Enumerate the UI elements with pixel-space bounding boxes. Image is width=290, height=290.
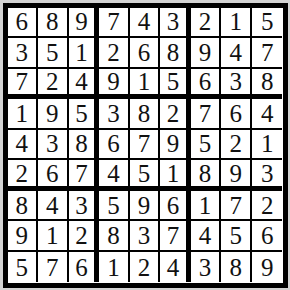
cell-r4c4[interactable]: 3 [99,99,130,130]
cell-r1c9[interactable]: 5 [252,8,283,39]
cell-r2c6[interactable]: 8 [160,38,191,69]
cell-r8c6[interactable]: 7 [160,221,191,252]
cell-r5c4[interactable]: 6 [99,130,130,161]
cell-r2c5[interactable]: 6 [130,38,161,69]
cell-r7c3[interactable]: 3 [69,191,100,222]
cell-r8c2[interactable]: 1 [38,221,69,252]
cell-r4c3[interactable]: 5 [69,99,100,130]
cell-r6c9[interactable]: 3 [252,160,283,191]
cell-r1c2[interactable]: 8 [38,8,69,39]
cell-r4c5[interactable]: 8 [130,99,161,130]
sudoku-board: 6897432153512689477249156381953827644386… [3,3,288,288]
cell-r9c9[interactable]: 9 [252,252,283,283]
cell-r9c6[interactable]: 4 [160,252,191,283]
cell-r8c3[interactable]: 2 [69,221,100,252]
cell-r3c2[interactable]: 2 [38,69,69,100]
cell-r7c2[interactable]: 4 [38,191,69,222]
cell-r5c6[interactable]: 9 [160,130,191,161]
cell-r8c4[interactable]: 8 [99,221,130,252]
cell-r9c1[interactable]: 5 [8,252,39,283]
cell-r5c7[interactable]: 5 [191,130,222,161]
cell-r7c5[interactable]: 9 [130,191,161,222]
cell-r4c1[interactable]: 1 [8,99,39,130]
cell-r5c9[interactable]: 1 [252,130,283,161]
cell-r8c9[interactable]: 6 [252,221,283,252]
cell-r1c7[interactable]: 2 [191,8,222,39]
cell-r7c6[interactable]: 6 [160,191,191,222]
cell-r4c8[interactable]: 6 [221,99,252,130]
cell-r1c6[interactable]: 3 [160,8,191,39]
cell-r9c3[interactable]: 6 [69,252,100,283]
cell-r9c4[interactable]: 1 [99,252,130,283]
cell-r8c7[interactable]: 4 [191,221,222,252]
cell-r6c7[interactable]: 8 [191,160,222,191]
cell-r7c7[interactable]: 1 [191,191,222,222]
cell-r1c4[interactable]: 7 [99,8,130,39]
cell-r6c3[interactable]: 7 [69,160,100,191]
cell-r6c8[interactable]: 9 [221,160,252,191]
cell-r4c9[interactable]: 4 [252,99,283,130]
cell-r5c2[interactable]: 3 [38,130,69,161]
cell-r2c9[interactable]: 7 [252,38,283,69]
cell-r7c1[interactable]: 8 [8,191,39,222]
cell-r2c7[interactable]: 9 [191,38,222,69]
cell-r1c3[interactable]: 9 [69,8,100,39]
cell-r3c1[interactable]: 7 [8,69,39,100]
cell-r1c1[interactable]: 6 [8,8,39,39]
cell-r6c4[interactable]: 4 [99,160,130,191]
cell-r1c5[interactable]: 4 [130,8,161,39]
cell-r5c5[interactable]: 7 [130,130,161,161]
cell-r6c1[interactable]: 2 [8,160,39,191]
cell-r8c1[interactable]: 9 [8,221,39,252]
cell-r3c4[interactable]: 9 [99,69,130,100]
cell-r3c6[interactable]: 5 [160,69,191,100]
cell-r4c2[interactable]: 9 [38,99,69,130]
cell-r6c6[interactable]: 1 [160,160,191,191]
cell-r5c1[interactable]: 4 [8,130,39,161]
cell-r8c8[interactable]: 5 [221,221,252,252]
cell-r6c2[interactable]: 6 [38,160,69,191]
cell-r4c7[interactable]: 7 [191,99,222,130]
cell-r9c7[interactable]: 3 [191,252,222,283]
cell-r7c8[interactable]: 7 [221,191,252,222]
cell-r2c3[interactable]: 1 [69,38,100,69]
cell-r5c8[interactable]: 2 [221,130,252,161]
cell-r3c5[interactable]: 1 [130,69,161,100]
cell-r9c8[interactable]: 8 [221,252,252,283]
cell-r2c2[interactable]: 5 [38,38,69,69]
cell-r2c8[interactable]: 4 [221,38,252,69]
cell-r2c1[interactable]: 3 [8,38,39,69]
cell-r4c6[interactable]: 2 [160,99,191,130]
cell-r3c3[interactable]: 4 [69,69,100,100]
cell-r3c7[interactable]: 6 [191,69,222,100]
cell-r6c5[interactable]: 5 [130,160,161,191]
cell-r7c9[interactable]: 2 [252,191,283,222]
cell-r2c4[interactable]: 2 [99,38,130,69]
cell-r1c8[interactable]: 1 [221,8,252,39]
cell-r5c3[interactable]: 8 [69,130,100,161]
cell-r9c5[interactable]: 2 [130,252,161,283]
cell-r9c2[interactable]: 7 [38,252,69,283]
cell-r8c5[interactable]: 3 [130,221,161,252]
cell-r7c4[interactable]: 5 [99,191,130,222]
cell-r3c9[interactable]: 8 [252,69,283,100]
cell-r3c8[interactable]: 3 [221,69,252,100]
